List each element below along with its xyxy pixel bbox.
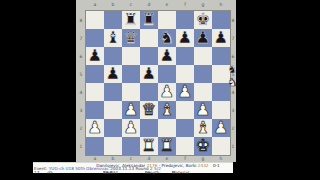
square-a7	[86, 29, 104, 47]
square-c3: ♟	[122, 101, 140, 119]
square-e5	[158, 65, 176, 83]
coord-label-d: d	[140, 155, 158, 162]
coord-label-e: e	[158, 155, 176, 162]
square-h2: ♟	[212, 119, 230, 137]
square-d6	[140, 47, 158, 65]
square-a8	[86, 11, 104, 29]
square-g4	[194, 83, 212, 101]
square-d7	[140, 29, 158, 47]
square-d3: ♛	[140, 101, 158, 119]
white-rook-d1: ♜	[140, 137, 158, 155]
coord-label-3: 3	[77, 101, 85, 119]
square-g3: ♟	[194, 101, 212, 119]
black-player-rating: 2432	[198, 163, 209, 168]
square-e2	[158, 119, 176, 137]
square-g8: ♚	[194, 11, 212, 29]
black-player-name: Predojevic, Borki	[162, 163, 197, 168]
black-bishop-b7: ♝	[104, 29, 122, 47]
white-pawn-h2: ♟	[212, 119, 230, 137]
coord-label-8: 8	[77, 11, 85, 29]
white-pawn-e4: ♟	[158, 83, 176, 101]
coord-label-g: g	[194, 155, 212, 162]
square-g5	[194, 65, 212, 83]
square-b4	[104, 83, 122, 101]
file-labels-top: abcdefgh	[86, 1, 230, 9]
coord-label-a: a	[86, 155, 104, 162]
square-b1	[104, 137, 122, 155]
last-move: 17. ... d5	[34, 171, 53, 175]
white-pawn-f4: ♟	[176, 83, 194, 101]
square-f1	[176, 137, 194, 155]
coord-label-2: 2	[77, 119, 85, 137]
square-a6: ♟	[86, 47, 104, 65]
white-king-g1: ♚	[194, 137, 212, 155]
square-f2	[176, 119, 194, 137]
game-result: 0-1	[213, 163, 220, 168]
coord-label-f: f	[176, 155, 194, 162]
white-pawn-g3: ♟	[194, 101, 212, 119]
square-h7: ♟	[212, 29, 230, 47]
black-king-g8: ♚	[194, 11, 212, 29]
rank-labels-left: 87654321	[77, 11, 85, 155]
coord-label-d: d	[140, 1, 158, 9]
black-pawn-g7: ♟	[194, 29, 212, 47]
chessboard: ♜♜♚♝♛♞♟♟♟♟♟♟♟♟♟♟♛♝♟♟♟♝♟♜♜♚	[85, 10, 231, 156]
square-f8	[176, 11, 194, 29]
coord-label-b: b	[104, 155, 122, 162]
square-a1	[86, 137, 104, 155]
white-pawn-c3: ♟	[122, 101, 140, 119]
square-b2	[104, 119, 122, 137]
black-knight-e7: ♞	[158, 29, 176, 47]
black-pawn-b5: ♟	[104, 65, 122, 83]
square-g2: ♝	[194, 119, 212, 137]
coord-label-a: a	[86, 1, 104, 9]
white-pawn-a2: ♟	[86, 119, 104, 137]
square-e4: ♟	[158, 83, 176, 101]
square-h8	[212, 11, 230, 29]
square-e6: ♟	[158, 47, 176, 65]
chessboard-frame: abcdefgh abcdefgh 87654321 87654321 ♜♜♚♝…	[76, 0, 236, 162]
black-pawn-d5: ♟	[140, 65, 158, 83]
square-f3	[176, 101, 194, 119]
status-line: 17. ... d5 Next: 18.Bd4 Length: 95 Mater…	[33, 171, 233, 175]
coord-label-e: e	[158, 1, 176, 9]
square-c2: ♟	[122, 119, 140, 137]
black-pawn-h7: ♟	[212, 29, 230, 47]
square-g1: ♚	[194, 137, 212, 155]
black-pawn-e6: ♟	[158, 47, 176, 65]
square-b7: ♝	[104, 29, 122, 47]
square-a3	[86, 101, 104, 119]
coord-label-4: 4	[77, 83, 85, 101]
square-d2	[140, 119, 158, 137]
square-c6	[122, 47, 140, 65]
black-rook-c8: ♜	[122, 11, 140, 29]
square-b3	[104, 101, 122, 119]
square-f7: ♟	[176, 29, 194, 47]
coord-label-7: 7	[77, 29, 85, 47]
square-h1	[212, 137, 230, 155]
coord-label-g: g	[194, 1, 212, 9]
black-queen-c7: ♛	[122, 29, 140, 47]
white-pawn-c2: ♟	[122, 119, 140, 137]
square-g6	[194, 47, 212, 65]
coord-label-h: h	[212, 155, 230, 162]
square-c4	[122, 83, 140, 101]
square-c1	[122, 137, 140, 155]
coord-label-c: c	[122, 155, 140, 162]
captured-black-knight-icon: ♞	[228, 63, 238, 76]
white-rook-e1: ♜	[158, 137, 176, 155]
square-d4	[140, 83, 158, 101]
coord-label-6: 6	[77, 47, 85, 65]
coord-label-5: 5	[77, 65, 85, 83]
white-bishop-e3: ♝	[158, 101, 176, 119]
coord-label-f: f	[176, 1, 194, 9]
square-g7: ♟	[194, 29, 212, 47]
square-b5: ♟	[104, 65, 122, 83]
square-e8	[158, 11, 176, 29]
square-h3	[212, 101, 230, 119]
captured-white-knight-icon: ♞	[228, 76, 238, 89]
square-c7: ♛	[122, 29, 140, 47]
file-labels-bottom: abcdefgh	[86, 155, 230, 162]
square-c5	[122, 65, 140, 83]
square-e1: ♜	[158, 137, 176, 155]
coord-label-1: 1	[77, 137, 85, 155]
square-f5	[176, 65, 194, 83]
square-e7: ♞	[158, 29, 176, 47]
square-e3: ♝	[158, 101, 176, 119]
black-pawn-a6: ♟	[86, 47, 104, 65]
game-info-bar: Danilojevic, Aleksandar 2176 - Predojevi…	[33, 162, 233, 173]
square-f4: ♟	[176, 83, 194, 101]
coord-label-b: b	[104, 1, 122, 9]
square-a2: ♟	[86, 119, 104, 137]
square-c8: ♜	[122, 11, 140, 29]
square-b8	[104, 11, 122, 29]
black-rook-d8: ♜	[140, 11, 158, 29]
square-d5: ♟	[140, 65, 158, 83]
white-bishop-g2: ♝	[194, 119, 212, 137]
coord-label-c: c	[122, 1, 140, 9]
white-queen-d3: ♛	[140, 101, 158, 119]
square-d8: ♜	[140, 11, 158, 29]
video-frame: { "game": "chess", "position": { "fen": …	[0, 0, 320, 180]
square-a4	[86, 83, 104, 101]
square-f6	[176, 47, 194, 65]
black-pawn-f7: ♟	[176, 29, 194, 47]
square-a5	[86, 65, 104, 83]
square-d1: ♜	[140, 137, 158, 155]
square-b6	[104, 47, 122, 65]
captured-pieces-tray: ♞ ♞	[229, 63, 236, 89]
coord-label-h: h	[212, 1, 230, 9]
